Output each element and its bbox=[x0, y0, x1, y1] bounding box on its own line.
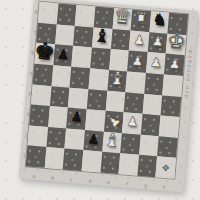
square-g1[interactable] bbox=[137, 155, 157, 177]
file-label-e: e bbox=[99, 178, 118, 186]
square-f7[interactable]: ♟ bbox=[129, 30, 149, 52]
square-e2[interactable]: ♝ bbox=[102, 131, 122, 153]
file-label-h: h bbox=[155, 183, 174, 191]
white-pawn-f7[interactable]: ♟ bbox=[133, 33, 146, 47]
square-a1[interactable] bbox=[26, 146, 46, 168]
square-f5[interactable] bbox=[125, 71, 145, 93]
square-b2[interactable] bbox=[46, 127, 66, 149]
square-d2[interactable]: ♟ bbox=[83, 130, 103, 152]
chess-board: ♛♜♞♝♟♟♚♚♟♟♟♟♝♟♟♟♟♝❖ abcdefgh 87654321 фа… bbox=[20, 0, 199, 193]
square-f3[interactable]: ♟ bbox=[122, 112, 142, 134]
white-bishop-e2[interactable]: ♝ bbox=[103, 131, 121, 150]
white-rook-f8[interactable]: ♜ bbox=[134, 11, 149, 27]
square-g6[interactable]: ♟ bbox=[146, 52, 166, 74]
white-pawn-g6[interactable]: ♟ bbox=[150, 55, 163, 69]
square-g4[interactable] bbox=[142, 93, 162, 115]
white-pawn-f6[interactable]: ♟ bbox=[131, 53, 144, 67]
file-label-g: g bbox=[136, 182, 155, 190]
square-f4[interactable] bbox=[124, 92, 144, 114]
square-h4[interactable] bbox=[161, 95, 181, 117]
square-c2[interactable] bbox=[65, 128, 85, 150]
square-c6[interactable] bbox=[72, 46, 92, 68]
square-c8[interactable] bbox=[75, 5, 95, 27]
square-h6[interactable]: ♟ bbox=[164, 54, 184, 76]
square-b5[interactable] bbox=[51, 65, 71, 87]
white-bishop-e5[interactable]: ♝ bbox=[108, 69, 126, 88]
square-d3[interactable] bbox=[85, 109, 105, 131]
square-b3[interactable] bbox=[48, 106, 68, 128]
white-queen-e8[interactable]: ♛ bbox=[113, 6, 133, 27]
black-bishop-d7[interactable]: ♝ bbox=[93, 26, 111, 45]
square-a2[interactable] bbox=[28, 125, 48, 147]
square-a8[interactable] bbox=[38, 2, 58, 24]
black-pawn-d2[interactable]: ♟ bbox=[87, 132, 100, 146]
square-g5[interactable] bbox=[144, 73, 164, 95]
square-d7[interactable]: ♝ bbox=[92, 27, 112, 49]
square-b4[interactable] bbox=[50, 86, 70, 108]
square-b8[interactable] bbox=[56, 3, 76, 25]
board-maker-logo: ❖ bbox=[161, 162, 171, 174]
file-label-a: a bbox=[25, 172, 44, 180]
square-b1[interactable] bbox=[44, 147, 64, 169]
square-f2[interactable] bbox=[120, 133, 140, 155]
file-label-b: b bbox=[43, 174, 62, 182]
square-d4[interactable] bbox=[87, 89, 107, 111]
square-d5[interactable] bbox=[88, 68, 108, 90]
square-b7[interactable] bbox=[55, 24, 75, 46]
photo-background: ♛♜♞♝♟♟♚♚♟♟♟♟♝♟♟♟♟♝❖ abcdefgh 87654321 фа… bbox=[0, 0, 200, 200]
square-f1[interactable] bbox=[119, 154, 139, 176]
square-b6[interactable]: ♟ bbox=[53, 45, 73, 67]
square-e1[interactable] bbox=[100, 152, 120, 174]
square-f8[interactable]: ♜ bbox=[131, 10, 151, 32]
square-g2[interactable] bbox=[139, 135, 159, 157]
square-e8[interactable]: ♛ bbox=[112, 8, 132, 30]
white-pawn-h6[interactable]: ♟ bbox=[168, 56, 181, 70]
square-g7[interactable]: ♟ bbox=[147, 32, 167, 54]
square-d1[interactable] bbox=[81, 150, 101, 172]
square-g3[interactable] bbox=[141, 114, 161, 136]
square-c3[interactable]: ♟ bbox=[66, 108, 86, 130]
black-pawn-b6[interactable]: ♟ bbox=[57, 47, 70, 61]
black-pawn-c3[interactable]: ♟ bbox=[70, 110, 83, 124]
square-h3[interactable] bbox=[159, 116, 179, 138]
black-king-a6[interactable]: ♚ bbox=[34, 39, 56, 64]
square-e4[interactable] bbox=[105, 90, 125, 112]
square-a6[interactable]: ♚ bbox=[34, 43, 54, 65]
square-g8[interactable]: ♞ bbox=[149, 11, 169, 33]
black-knight-g8[interactable]: ♞ bbox=[152, 12, 168, 29]
square-h5[interactable] bbox=[163, 74, 183, 96]
square-a5[interactable] bbox=[33, 64, 53, 86]
square-e7[interactable] bbox=[110, 29, 130, 51]
square-c4[interactable] bbox=[68, 87, 88, 109]
white-king-h7[interactable]: ♚ bbox=[166, 31, 187, 54]
square-h2[interactable] bbox=[157, 136, 177, 158]
brand-text: фабрика игр bbox=[184, 49, 194, 99]
square-e5[interactable]: ♝ bbox=[107, 70, 127, 92]
square-d6[interactable] bbox=[90, 48, 110, 70]
board-grid: ♛♜♞♝♟♟♚♚♟♟♟♟♝♟♟♟♟♝❖ bbox=[26, 2, 188, 179]
white-pawn-f3[interactable]: ♟ bbox=[126, 115, 139, 129]
square-c1[interactable] bbox=[63, 149, 83, 171]
white-pawn-g7[interactable]: ♟ bbox=[151, 34, 164, 48]
square-a3[interactable] bbox=[29, 105, 49, 127]
file-label-d: d bbox=[80, 177, 99, 185]
file-label-f: f bbox=[117, 180, 136, 188]
square-c7[interactable] bbox=[73, 26, 93, 48]
square-h1[interactable]: ❖ bbox=[156, 157, 176, 179]
file-label-c: c bbox=[62, 175, 81, 183]
square-c5[interactable] bbox=[70, 67, 90, 89]
square-a4[interactable] bbox=[31, 84, 51, 106]
square-h7[interactable]: ♚ bbox=[166, 33, 186, 55]
square-f6[interactable]: ♟ bbox=[127, 51, 147, 73]
